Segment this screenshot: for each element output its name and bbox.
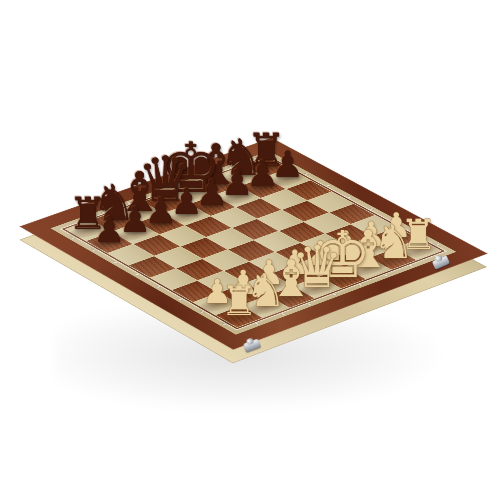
piece-white-rook[interactable]: ♜ (194, 281, 284, 322)
piece-black-pawn[interactable]: ♟ (64, 212, 154, 248)
product-photo: ♜♞♝♛♚♝♞♜♟♟♟♟♟♟♟♟♟♟♟♟♟♟♟♟♜♞♝♛♚♝♞♜ (0, 0, 500, 500)
